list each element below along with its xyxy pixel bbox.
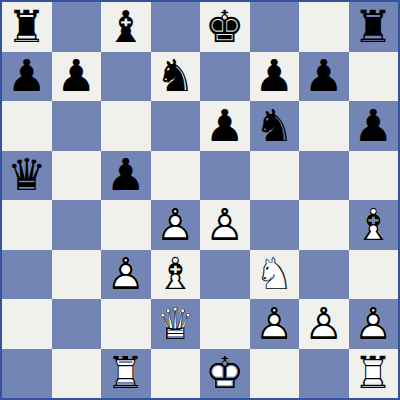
chess-board: ♜♝♚♜♟♟♞♟♟♟♞♟♛♟♟♙♟♙♝♗♟♙♝♗♞♘♛♕♟♙♟♙♟♙♜♖♚♔♜♖ (0, 0, 400, 400)
square-a5[interactable]: ♛ (2, 151, 52, 201)
square-h1[interactable]: ♜♖ (349, 349, 399, 399)
piece-black-king: ♚ (200, 2, 250, 52)
piece-white-bishop: ♗ (349, 200, 399, 250)
white-pawn-fill: ♟ (151, 200, 201, 250)
white-rook-fill: ♜ (349, 349, 399, 399)
square-d1[interactable] (151, 349, 201, 399)
square-a1[interactable] (2, 349, 52, 399)
piece-black-pawn: ♟ (101, 151, 151, 201)
square-h7[interactable] (349, 52, 399, 102)
square-a8[interactable]: ♜ (2, 2, 52, 52)
white-king-fill: ♚ (200, 349, 250, 399)
piece-white-king: ♔ (200, 349, 250, 399)
white-pawn-fill: ♟ (101, 250, 151, 300)
piece-white-pawn: ♙ (299, 299, 349, 349)
piece-black-rook: ♜ (2, 2, 52, 52)
square-b7[interactable]: ♟ (52, 52, 102, 102)
square-d6[interactable] (151, 101, 201, 151)
piece-black-queen: ♛ (2, 151, 52, 201)
square-h4[interactable]: ♝♗ (349, 200, 399, 250)
square-g2[interactable]: ♟♙ (299, 299, 349, 349)
piece-white-rook: ♖ (101, 349, 151, 399)
square-e6[interactable]: ♟ (200, 101, 250, 151)
piece-white-pawn: ♙ (200, 200, 250, 250)
piece-white-rook: ♖ (349, 349, 399, 399)
white-queen-fill: ♛ (151, 299, 201, 349)
square-e7[interactable] (200, 52, 250, 102)
square-b4[interactable] (52, 200, 102, 250)
piece-black-knight: ♞ (151, 52, 201, 102)
square-d5[interactable] (151, 151, 201, 201)
square-f7[interactable]: ♟ (250, 52, 300, 102)
square-e3[interactable] (200, 250, 250, 300)
square-b2[interactable] (52, 299, 102, 349)
square-g6[interactable] (299, 101, 349, 151)
piece-black-pawn: ♟ (299, 52, 349, 102)
square-d2[interactable]: ♛♕ (151, 299, 201, 349)
square-f8[interactable] (250, 2, 300, 52)
piece-black-knight: ♞ (250, 101, 300, 151)
square-b8[interactable] (52, 2, 102, 52)
square-f4[interactable] (250, 200, 300, 250)
square-c6[interactable] (101, 101, 151, 151)
piece-white-pawn: ♙ (250, 299, 300, 349)
white-bishop-fill: ♝ (151, 250, 201, 300)
piece-black-pawn: ♟ (2, 52, 52, 102)
square-h3[interactable] (349, 250, 399, 300)
piece-black-pawn: ♟ (200, 101, 250, 151)
white-bishop-fill: ♝ (349, 200, 399, 250)
square-a6[interactable] (2, 101, 52, 151)
square-e8[interactable]: ♚ (200, 2, 250, 52)
square-f6[interactable]: ♞ (250, 101, 300, 151)
square-a2[interactable] (2, 299, 52, 349)
square-d8[interactable] (151, 2, 201, 52)
square-b5[interactable] (52, 151, 102, 201)
square-h6[interactable]: ♟ (349, 101, 399, 151)
piece-black-pawn: ♟ (250, 52, 300, 102)
chess-diagram: ♜♝♚♜♟♟♞♟♟♟♞♟♛♟♟♙♟♙♝♗♟♙♝♗♞♘♛♕♟♙♟♙♟♙♜♖♚♔♜♖ (0, 0, 400, 400)
square-b3[interactable] (52, 250, 102, 300)
white-pawn-fill: ♟ (200, 200, 250, 250)
square-c7[interactable] (101, 52, 151, 102)
square-c8[interactable]: ♝ (101, 2, 151, 52)
square-g4[interactable] (299, 200, 349, 250)
white-pawn-fill: ♟ (349, 299, 399, 349)
piece-black-bishop: ♝ (101, 2, 151, 52)
piece-white-bishop: ♗ (151, 250, 201, 300)
square-g5[interactable] (299, 151, 349, 201)
square-a3[interactable] (2, 250, 52, 300)
square-c2[interactable] (101, 299, 151, 349)
white-rook-fill: ♜ (101, 349, 151, 399)
square-c1[interactable]: ♜♖ (101, 349, 151, 399)
square-e2[interactable] (200, 299, 250, 349)
white-pawn-fill: ♟ (250, 299, 300, 349)
square-d4[interactable]: ♟♙ (151, 200, 201, 250)
square-f3[interactable]: ♞♘ (250, 250, 300, 300)
square-e5[interactable] (200, 151, 250, 201)
white-knight-fill: ♞ (250, 250, 300, 300)
square-c3[interactable]: ♟♙ (101, 250, 151, 300)
square-f2[interactable]: ♟♙ (250, 299, 300, 349)
white-pawn-fill: ♟ (299, 299, 349, 349)
square-d3[interactable]: ♝♗ (151, 250, 201, 300)
square-d7[interactable]: ♞ (151, 52, 201, 102)
square-c4[interactable] (101, 200, 151, 250)
square-e1[interactable]: ♚♔ (200, 349, 250, 399)
piece-black-rook: ♜ (349, 2, 399, 52)
square-f1[interactable] (250, 349, 300, 399)
square-c5[interactable]: ♟ (101, 151, 151, 201)
piece-black-pawn: ♟ (52, 52, 102, 102)
square-g1[interactable] (299, 349, 349, 399)
piece-white-knight: ♘ (250, 250, 300, 300)
square-e4[interactable]: ♟♙ (200, 200, 250, 250)
piece-white-pawn: ♙ (151, 200, 201, 250)
square-a7[interactable]: ♟ (2, 52, 52, 102)
square-f5[interactable] (250, 151, 300, 201)
piece-black-pawn: ♟ (349, 101, 399, 151)
square-b1[interactable] (52, 349, 102, 399)
square-h8[interactable]: ♜ (349, 2, 399, 52)
square-h5[interactable] (349, 151, 399, 201)
square-b6[interactable] (52, 101, 102, 151)
piece-white-queen: ♕ (151, 299, 201, 349)
piece-white-pawn: ♙ (101, 250, 151, 300)
piece-white-pawn: ♙ (349, 299, 399, 349)
square-h2[interactable]: ♟♙ (349, 299, 399, 349)
square-g3[interactable] (299, 250, 349, 300)
square-g8[interactable] (299, 2, 349, 52)
square-g7[interactable]: ♟ (299, 52, 349, 102)
square-a4[interactable] (2, 200, 52, 250)
